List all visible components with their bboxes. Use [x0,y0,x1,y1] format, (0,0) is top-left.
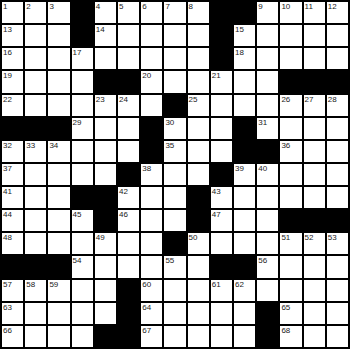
cell-r6c0[interactable]: 32 [2,141,23,162]
clue-number-5: 5 [119,2,123,11]
cell-r1c12[interactable] [280,25,301,46]
cell-r8c1[interactable] [25,187,46,208]
cell-r13c8[interactable] [188,303,209,324]
cell-r8c14[interactable] [327,187,348,208]
cell-r9c6[interactable] [141,210,162,231]
clue-number-28: 28 [328,95,337,104]
cell-r12c8[interactable] [188,280,209,301]
block-cell-r12c5 [118,280,139,301]
clue-number-8: 8 [189,2,193,11]
cell-r4c4[interactable]: 23 [95,95,116,116]
cell-r10c5[interactable] [118,233,139,254]
cell-r6c7[interactable]: 35 [164,141,185,162]
clue-number-31: 31 [258,118,267,127]
cell-r2c10[interactable]: 18 [234,48,255,69]
clue-number-60: 60 [142,280,151,289]
cell-r11c4[interactable] [95,256,116,277]
block-cell-r11c0 [2,256,23,277]
cell-r2c14[interactable] [327,48,348,69]
cell-r10c3[interactable] [72,233,93,254]
cell-r4c5[interactable]: 24 [118,95,139,116]
clue-number-58: 58 [26,280,35,289]
clue-number-64: 64 [142,303,151,312]
clue-number-27: 27 [305,95,314,104]
cell-r7c8[interactable] [188,164,209,185]
cell-r7c2[interactable] [48,164,69,185]
clue-number-32: 32 [3,141,12,150]
clue-number-22: 22 [3,95,12,104]
cell-r13c14[interactable] [327,303,348,324]
clue-number-21: 21 [212,71,221,80]
cell-r12c13[interactable] [304,280,325,301]
clue-number-14: 14 [96,25,105,34]
cell-r8c7[interactable] [164,187,185,208]
cell-r9c2[interactable] [48,210,69,231]
cell-r4c8[interactable]: 25 [188,95,209,116]
cell-r9c0[interactable]: 44 [2,210,23,231]
cell-r8c5[interactable]: 42 [118,187,139,208]
cell-r4c2[interactable] [48,95,69,116]
clue-number-59: 59 [49,280,58,289]
cell-r1c4[interactable]: 14 [95,25,116,46]
cell-r6c3[interactable] [72,141,93,162]
block-cell-r0c10 [234,2,255,23]
cell-r6c8[interactable] [188,141,209,162]
cell-r3c7[interactable] [164,71,185,92]
cell-r6c13[interactable] [304,141,325,162]
block-cell-r10c7 [164,233,185,254]
clue-number-18: 18 [235,48,244,57]
cell-r2c4[interactable] [95,48,116,69]
clue-number-49: 49 [96,233,105,242]
block-cell-r3c12 [280,71,301,92]
cell-r4c3[interactable] [72,95,93,116]
cell-r4c1[interactable] [25,95,46,116]
cell-r13c0[interactable]: 63 [2,303,23,324]
clue-number-3: 3 [49,2,53,11]
clue-number-23: 23 [96,95,105,104]
cell-r13c7[interactable] [164,303,185,324]
cell-r8c9[interactable]: 43 [211,187,232,208]
cell-r0c4[interactable]: 4 [95,2,116,23]
cell-r14c12[interactable]: 68 [280,326,301,347]
cell-r12c3[interactable] [72,280,93,301]
cell-r7c0[interactable]: 37 [2,164,23,185]
cell-r11c7[interactable]: 55 [164,256,185,277]
block-cell-r8c8 [188,187,209,208]
clue-number-43: 43 [212,187,221,196]
block-cell-r14c4 [95,326,116,347]
cell-r2c3[interactable]: 17 [72,48,93,69]
cell-r6c14[interactable] [327,141,348,162]
cell-r1c11[interactable] [257,25,278,46]
cell-r7c11[interactable]: 40 [257,164,278,185]
block-cell-r1c3 [72,25,93,46]
cell-r12c6[interactable]: 60 [141,280,162,301]
cell-r14c8[interactable] [188,326,209,347]
cell-r8c11[interactable] [257,187,278,208]
cell-r12c2[interactable]: 59 [48,280,69,301]
block-cell-r0c9 [211,2,232,23]
block-cell-r3c14 [327,71,348,92]
cell-r14c0[interactable]: 66 [2,326,23,347]
cell-r11c6[interactable] [141,256,162,277]
cell-r7c1[interactable] [25,164,46,185]
cell-r10c9[interactable] [211,233,232,254]
cell-r11c12[interactable] [280,256,301,277]
cell-r2c6[interactable] [141,48,162,69]
cell-r6c4[interactable] [95,141,116,162]
cell-r14c14[interactable] [327,326,348,347]
cell-r3c2[interactable] [48,71,69,92]
cell-r3c8[interactable] [188,71,209,92]
block-cell-r2c9 [211,48,232,69]
clue-number-17: 17 [73,48,82,57]
clue-number-1: 1 [3,2,7,11]
clue-number-57: 57 [3,280,12,289]
cell-r2c7[interactable] [164,48,185,69]
cell-r4c14[interactable]: 28 [327,95,348,116]
block-cell-r0c3 [72,2,93,23]
clue-number-26: 26 [281,95,290,104]
cell-r4c9[interactable] [211,95,232,116]
cell-r8c10[interactable] [234,187,255,208]
cell-r9c10[interactable] [234,210,255,231]
cell-r13c3[interactable] [72,303,93,324]
clue-number-61: 61 [212,280,221,289]
clue-number-29: 29 [73,118,82,127]
cell-r8c12[interactable] [280,187,301,208]
block-cell-r11c10 [234,256,255,277]
cell-r7c4[interactable] [95,164,116,185]
block-cell-r1c9 [211,25,232,46]
cell-r12c1[interactable]: 58 [25,280,46,301]
clue-number-4: 4 [96,2,100,11]
cell-r8c13[interactable] [304,187,325,208]
cell-r10c0[interactable]: 48 [2,233,23,254]
cell-r0c2[interactable]: 3 [48,2,69,23]
cell-r3c10[interactable] [234,71,255,92]
clue-number-20: 20 [142,71,151,80]
clue-number-46: 46 [119,210,128,219]
cell-r14c13[interactable] [304,326,325,347]
clue-number-10: 10 [281,2,290,11]
clue-number-52: 52 [305,233,314,242]
cell-r2c11[interactable] [257,48,278,69]
cell-r0c11[interactable]: 9 [257,2,278,23]
block-cell-r3c4 [95,71,116,92]
block-cell-r8c3 [72,187,93,208]
cell-r5c14[interactable] [327,118,348,139]
cell-r12c12[interactable] [280,280,301,301]
clue-number-56: 56 [258,256,267,265]
clue-number-42: 42 [119,187,128,196]
clue-number-35: 35 [165,141,174,150]
cell-r9c5[interactable]: 46 [118,210,139,231]
cell-r0c12[interactable]: 10 [280,2,301,23]
clue-number-41: 41 [3,187,12,196]
cell-r2c8[interactable] [188,48,209,69]
cell-r2c1[interactable] [25,48,46,69]
cell-r11c8[interactable] [188,256,209,277]
block-cell-r13c5 [118,303,139,324]
cell-r1c7[interactable] [164,25,185,46]
cell-r10c4[interactable]: 49 [95,233,116,254]
cell-r10c6[interactable] [141,233,162,254]
cell-r1c6[interactable] [141,25,162,46]
cell-r0c1[interactable]: 2 [25,2,46,23]
cell-r14c3[interactable] [72,326,93,347]
cell-r14c7[interactable] [164,326,185,347]
cell-r1c0[interactable]: 13 [2,25,23,46]
block-cell-r14c11 [257,326,278,347]
cell-r1c13[interactable] [304,25,325,46]
block-cell-r7c9 [211,164,232,185]
cell-r5c4[interactable] [95,118,116,139]
block-cell-r9c8 [188,210,209,231]
block-cell-r9c13 [304,210,325,231]
cell-r1c1[interactable] [25,25,46,46]
cell-r7c14[interactable] [327,164,348,185]
clue-number-30: 30 [165,118,174,127]
cell-r12c14[interactable] [327,280,348,301]
block-cell-r6c11 [257,141,278,162]
cell-r7c12[interactable] [280,164,301,185]
block-cell-r5c10 [234,118,255,139]
clue-number-19: 19 [3,71,12,80]
cell-r8c2[interactable] [48,187,69,208]
cell-r12c9[interactable]: 61 [211,280,232,301]
clue-number-47: 47 [212,210,221,219]
cell-r14c9[interactable] [211,326,232,347]
cell-r0c13[interactable]: 11 [304,2,325,23]
cell-r10c13[interactable]: 52 [304,233,325,254]
clue-number-66: 66 [3,326,12,335]
cell-r9c3[interactable]: 45 [72,210,93,231]
cell-r1c10[interactable]: 15 [234,25,255,46]
cell-r10c11[interactable] [257,233,278,254]
block-cell-r5c0 [2,118,23,139]
cell-r3c0[interactable]: 19 [2,71,23,92]
cell-r0c8[interactable]: 8 [188,2,209,23]
cell-r10c14[interactable]: 53 [327,233,348,254]
block-cell-r11c9 [211,256,232,277]
clue-number-25: 25 [189,95,198,104]
cell-r13c9[interactable] [211,303,232,324]
cell-r3c1[interactable] [25,71,46,92]
clue-number-37: 37 [3,164,12,173]
clue-number-7: 7 [165,2,169,11]
clue-number-9: 9 [258,2,262,11]
block-cell-r5c1 [25,118,46,139]
cell-r4c6[interactable] [141,95,162,116]
cell-r10c2[interactable] [48,233,69,254]
block-cell-r8c4 [95,187,116,208]
clue-number-44: 44 [3,210,12,219]
clue-number-2: 2 [26,2,30,11]
cell-r6c12[interactable]: 36 [280,141,301,162]
cell-r13c12[interactable]: 65 [280,303,301,324]
clue-number-45: 45 [73,210,82,219]
clue-number-62: 62 [235,280,244,289]
cell-r14c2[interactable] [48,326,69,347]
clue-number-12: 12 [328,2,337,11]
cell-r8c6[interactable] [141,187,162,208]
block-cell-r6c10 [234,141,255,162]
cell-r3c6[interactable]: 20 [141,71,162,92]
clue-number-68: 68 [281,326,290,335]
cell-r4c12[interactable]: 26 [280,95,301,116]
cell-r11c14[interactable] [327,256,348,277]
cell-r3c9[interactable]: 21 [211,71,232,92]
clue-number-67: 67 [142,326,151,335]
clue-number-34: 34 [49,141,58,150]
cell-r7c13[interactable] [304,164,325,185]
clue-number-11: 11 [305,2,313,11]
cell-r13c1[interactable] [25,303,46,324]
cell-r13c13[interactable] [304,303,325,324]
cell-r9c9[interactable]: 47 [211,210,232,231]
block-cell-r13c11 [257,303,278,324]
cell-r7c3[interactable] [72,164,93,185]
clue-number-13: 13 [3,25,12,34]
cell-r9c11[interactable] [257,210,278,231]
cell-r4c13[interactable]: 27 [304,95,325,116]
cell-r0c6[interactable]: 6 [141,2,162,23]
cell-r1c2[interactable] [48,25,69,46]
clue-number-39: 39 [235,164,244,173]
clue-number-40: 40 [258,164,267,173]
block-cell-r3c13 [304,71,325,92]
cell-r2c13[interactable] [304,48,325,69]
cell-r7c7[interactable] [164,164,185,185]
cell-r7c6[interactable]: 38 [141,164,162,185]
cell-r4c11[interactable] [257,95,278,116]
cell-r6c5[interactable] [118,141,139,162]
cell-r2c5[interactable] [118,48,139,69]
cell-r5c13[interactable] [304,118,325,139]
block-cell-r11c2 [48,256,69,277]
cell-r5c3[interactable]: 29 [72,118,93,139]
cell-r0c0[interactable]: 1 [2,2,23,23]
cell-r11c13[interactable] [304,256,325,277]
cell-r14c10[interactable] [234,326,255,347]
clue-number-53: 53 [328,233,337,242]
clue-number-16: 16 [3,48,12,57]
cell-r13c10[interactable] [234,303,255,324]
cell-r5c7[interactable]: 30 [164,118,185,139]
cell-r4c10[interactable] [234,95,255,116]
cell-r12c7[interactable] [164,280,185,301]
cell-r0c14[interactable]: 12 [327,2,348,23]
clue-number-51: 51 [281,233,290,242]
cell-r3c3[interactable] [72,71,93,92]
block-cell-r6c6 [141,141,162,162]
block-cell-r11c1 [25,256,46,277]
clue-number-55: 55 [165,256,174,265]
cell-r1c8[interactable] [188,25,209,46]
cell-r11c3[interactable]: 54 [72,256,93,277]
cell-r11c5[interactable] [118,256,139,277]
crossword-board: 1234567891011121314151617181920212223242… [0,0,350,349]
cell-r4c0[interactable]: 22 [2,95,23,116]
clue-number-50: 50 [189,233,198,242]
cell-r0c5[interactable]: 5 [118,2,139,23]
cell-r10c1[interactable] [25,233,46,254]
cell-r12c11[interactable] [257,280,278,301]
block-cell-r9c12 [280,210,301,231]
clue-number-48: 48 [3,233,12,242]
cell-r12c10[interactable]: 62 [234,280,255,301]
cell-r14c6[interactable]: 67 [141,326,162,347]
clue-number-6: 6 [142,2,146,11]
clue-number-63: 63 [3,303,12,312]
cell-r6c2[interactable]: 34 [48,141,69,162]
cell-r9c7[interactable] [164,210,185,231]
cell-r10c10[interactable] [234,233,255,254]
clue-number-24: 24 [119,95,128,104]
cell-r13c2[interactable] [48,303,69,324]
cell-r8c0[interactable]: 41 [2,187,23,208]
clue-number-54: 54 [73,256,82,265]
block-cell-r5c6 [141,118,162,139]
cell-r11c11[interactable]: 56 [257,256,278,277]
block-cell-r14c5 [118,326,139,347]
cell-r10c12[interactable]: 51 [280,233,301,254]
block-cell-r9c4 [95,210,116,231]
block-cell-r5c2 [48,118,69,139]
block-cell-r7c5 [118,164,139,185]
cell-r7c10[interactable]: 39 [234,164,255,185]
cell-r10c8[interactable]: 50 [188,233,209,254]
block-cell-r4c7 [164,95,185,116]
cell-r3c11[interactable] [257,71,278,92]
cell-r2c2[interactable] [48,48,69,69]
cell-r2c12[interactable] [280,48,301,69]
block-cell-r9c14 [327,210,348,231]
clue-number-15: 15 [235,25,244,34]
clue-number-33: 33 [26,141,35,150]
cell-r5c12[interactable] [280,118,301,139]
cell-r5c11[interactable]: 31 [257,118,278,139]
clue-number-38: 38 [142,164,151,173]
cell-r9c1[interactable] [25,210,46,231]
cell-r13c4[interactable] [95,303,116,324]
clue-number-36: 36 [281,141,290,150]
cell-r14c1[interactable] [25,326,46,347]
cell-r5c5[interactable] [118,118,139,139]
cell-r6c9[interactable] [211,141,232,162]
cell-r5c9[interactable] [211,118,232,139]
cell-r12c0[interactable]: 57 [2,280,23,301]
cell-r12c4[interactable] [95,280,116,301]
cell-r13c6[interactable]: 64 [141,303,162,324]
cell-r1c14[interactable] [327,25,348,46]
cell-r1c5[interactable] [118,25,139,46]
cell-r0c7[interactable]: 7 [164,2,185,23]
cell-r5c8[interactable] [188,118,209,139]
cell-r2c0[interactable]: 16 [2,48,23,69]
block-cell-r3c5 [118,71,139,92]
cell-r6c1[interactable]: 33 [25,141,46,162]
clue-number-65: 65 [281,303,290,312]
